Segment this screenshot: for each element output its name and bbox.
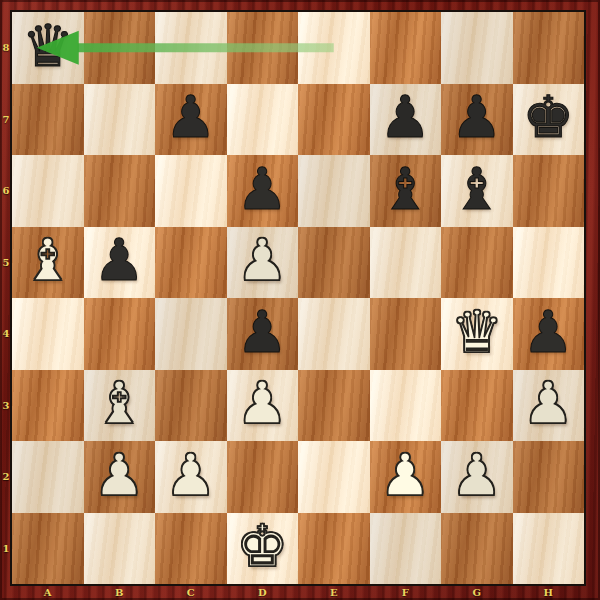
square-h7[interactable]: ♚ [513, 84, 585, 156]
piece-black-pawn[interactable]: ♟ [451, 88, 503, 146]
piece-white-queen[interactable]: ♛ [451, 303, 503, 361]
piece-black-pawn[interactable]: ♟ [379, 88, 431, 146]
rank-label-7: 7 [0, 84, 12, 156]
square-c6[interactable] [155, 155, 227, 227]
square-g5[interactable] [441, 227, 513, 299]
square-d6[interactable]: ♟ [227, 155, 299, 227]
square-a1[interactable] [12, 513, 84, 585]
square-e2[interactable] [298, 441, 370, 513]
square-g3[interactable] [441, 370, 513, 442]
square-g6[interactable]: ♝ [441, 155, 513, 227]
square-f4[interactable] [370, 298, 442, 370]
square-a7[interactable] [12, 84, 84, 156]
square-b2[interactable]: ♟ [84, 441, 156, 513]
square-g2[interactable]: ♟ [441, 441, 513, 513]
piece-white-bishop[interactable]: ♝ [22, 231, 74, 289]
square-b5[interactable]: ♟ [84, 227, 156, 299]
piece-white-pawn[interactable]: ♟ [93, 446, 145, 504]
rank-label-8: 8 [0, 12, 12, 84]
piece-black-pawn[interactable]: ♟ [236, 160, 288, 218]
square-f8[interactable] [370, 12, 442, 84]
square-h2[interactable] [513, 441, 585, 513]
square-b1[interactable] [84, 513, 156, 585]
piece-white-pawn[interactable]: ♟ [522, 374, 574, 432]
chess-board[interactable]: ♛♟♟♟♚♟♝♝♝♟♟♟♛♟♝♟♟♟♟♟♟♚ [12, 12, 584, 584]
square-f7[interactable]: ♟ [370, 84, 442, 156]
square-h8[interactable] [513, 12, 585, 84]
piece-white-pawn[interactable]: ♟ [236, 374, 288, 432]
square-f5[interactable] [370, 227, 442, 299]
piece-white-bishop[interactable]: ♝ [93, 374, 145, 432]
piece-black-pawn[interactable]: ♟ [165, 88, 217, 146]
square-h3[interactable]: ♟ [513, 370, 585, 442]
square-b8[interactable] [84, 12, 156, 84]
square-b6[interactable] [84, 155, 156, 227]
square-b7[interactable] [84, 84, 156, 156]
square-c1[interactable] [155, 513, 227, 585]
piece-black-bishop[interactable]: ♝ [451, 160, 503, 218]
rank-label-3: 3 [0, 370, 12, 442]
rank-label-5: 5 [0, 227, 12, 299]
square-c7[interactable]: ♟ [155, 84, 227, 156]
file-label-f: F [370, 584, 442, 600]
square-a5[interactable]: ♝ [12, 227, 84, 299]
square-e8[interactable] [298, 12, 370, 84]
file-label-e: E [298, 584, 370, 600]
square-c4[interactable] [155, 298, 227, 370]
piece-black-pawn[interactable]: ♟ [236, 303, 288, 361]
square-c2[interactable]: ♟ [155, 441, 227, 513]
square-g7[interactable]: ♟ [441, 84, 513, 156]
square-f1[interactable] [370, 513, 442, 585]
square-f6[interactable]: ♝ [370, 155, 442, 227]
rank-label-2: 2 [0, 441, 12, 513]
square-d1[interactable]: ♚ [227, 513, 299, 585]
piece-white-pawn[interactable]: ♟ [451, 446, 503, 504]
square-e7[interactable] [298, 84, 370, 156]
square-c8[interactable] [155, 12, 227, 84]
piece-white-king[interactable]: ♚ [236, 517, 288, 575]
square-d5[interactable]: ♟ [227, 227, 299, 299]
square-f3[interactable] [370, 370, 442, 442]
square-d3[interactable]: ♟ [227, 370, 299, 442]
square-h4[interactable]: ♟ [513, 298, 585, 370]
square-c5[interactable] [155, 227, 227, 299]
square-e6[interactable] [298, 155, 370, 227]
file-label-h: H [513, 584, 585, 600]
square-e3[interactable] [298, 370, 370, 442]
square-g1[interactable] [441, 513, 513, 585]
file-label-g: G [441, 584, 513, 600]
square-e4[interactable] [298, 298, 370, 370]
square-h5[interactable] [513, 227, 585, 299]
square-b3[interactable]: ♝ [84, 370, 156, 442]
square-g4[interactable]: ♛ [441, 298, 513, 370]
square-h6[interactable] [513, 155, 585, 227]
file-label-c: C [155, 584, 227, 600]
square-b4[interactable] [84, 298, 156, 370]
rank-label-6: 6 [0, 155, 12, 227]
piece-black-pawn[interactable]: ♟ [93, 231, 145, 289]
square-a6[interactable] [12, 155, 84, 227]
square-g8[interactable] [441, 12, 513, 84]
square-a8[interactable]: ♛ [12, 12, 84, 84]
square-d7[interactable] [227, 84, 299, 156]
chess-board-frame: ♛♟♟♟♚♟♝♝♝♟♟♟♛♟♝♟♟♟♟♟♟♚ 87654321ABCDEFGH [0, 0, 600, 600]
piece-black-pawn[interactable]: ♟ [522, 303, 574, 361]
file-label-b: B [84, 584, 156, 600]
square-d8[interactable] [227, 12, 299, 84]
square-f2[interactable]: ♟ [370, 441, 442, 513]
rank-label-4: 4 [0, 298, 12, 370]
square-a4[interactable] [12, 298, 84, 370]
square-d4[interactable]: ♟ [227, 298, 299, 370]
square-e5[interactable] [298, 227, 370, 299]
piece-black-bishop[interactable]: ♝ [379, 160, 431, 218]
piece-white-pawn[interactable]: ♟ [165, 446, 217, 504]
square-h1[interactable] [513, 513, 585, 585]
file-label-d: D [227, 584, 299, 600]
piece-black-king[interactable]: ♚ [522, 88, 574, 146]
piece-white-pawn[interactable]: ♟ [236, 231, 288, 289]
square-d2[interactable] [227, 441, 299, 513]
file-label-a: A [12, 584, 84, 600]
square-e1[interactable] [298, 513, 370, 585]
square-c3[interactable] [155, 370, 227, 442]
square-a3[interactable] [12, 370, 84, 442]
rank-label-1: 1 [0, 513, 12, 585]
piece-white-pawn[interactable]: ♟ [379, 446, 431, 504]
square-a2[interactable] [12, 441, 84, 513]
piece-black-queen[interactable]: ♛ [22, 17, 74, 75]
